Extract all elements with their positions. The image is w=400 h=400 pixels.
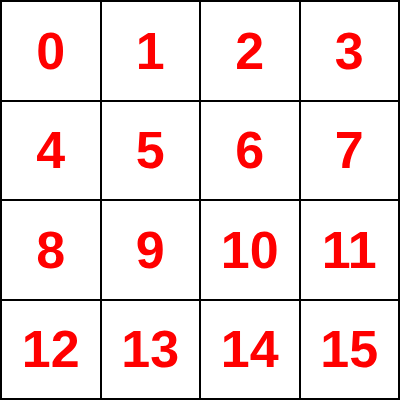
cell-r0c0[interactable]: 0 <box>2 2 100 100</box>
cell-r0c1[interactable]: 1 <box>102 2 200 100</box>
cell-r0c3[interactable]: 3 <box>301 2 399 100</box>
cell-r2c0[interactable]: 8 <box>2 201 100 299</box>
cell-r1c3[interactable]: 7 <box>301 102 399 200</box>
cell-r3c2[interactable]: 14 <box>201 301 299 399</box>
cell-r2c3[interactable]: 11 <box>301 201 399 299</box>
cell-r3c1[interactable]: 13 <box>102 301 200 399</box>
cell-r1c1[interactable]: 5 <box>102 102 200 200</box>
cell-r1c0[interactable]: 4 <box>2 102 100 200</box>
cell-r3c3[interactable]: 15 <box>301 301 399 399</box>
cell-r2c1[interactable]: 9 <box>102 201 200 299</box>
cell-r3c0[interactable]: 12 <box>2 301 100 399</box>
cell-r0c2[interactable]: 2 <box>201 2 299 100</box>
numbered-grid-board: 0 1 2 3 4 5 6 7 8 9 10 11 12 13 14 15 <box>0 0 400 400</box>
cell-r2c2[interactable]: 10 <box>201 201 299 299</box>
cell-r1c2[interactable]: 6 <box>201 102 299 200</box>
